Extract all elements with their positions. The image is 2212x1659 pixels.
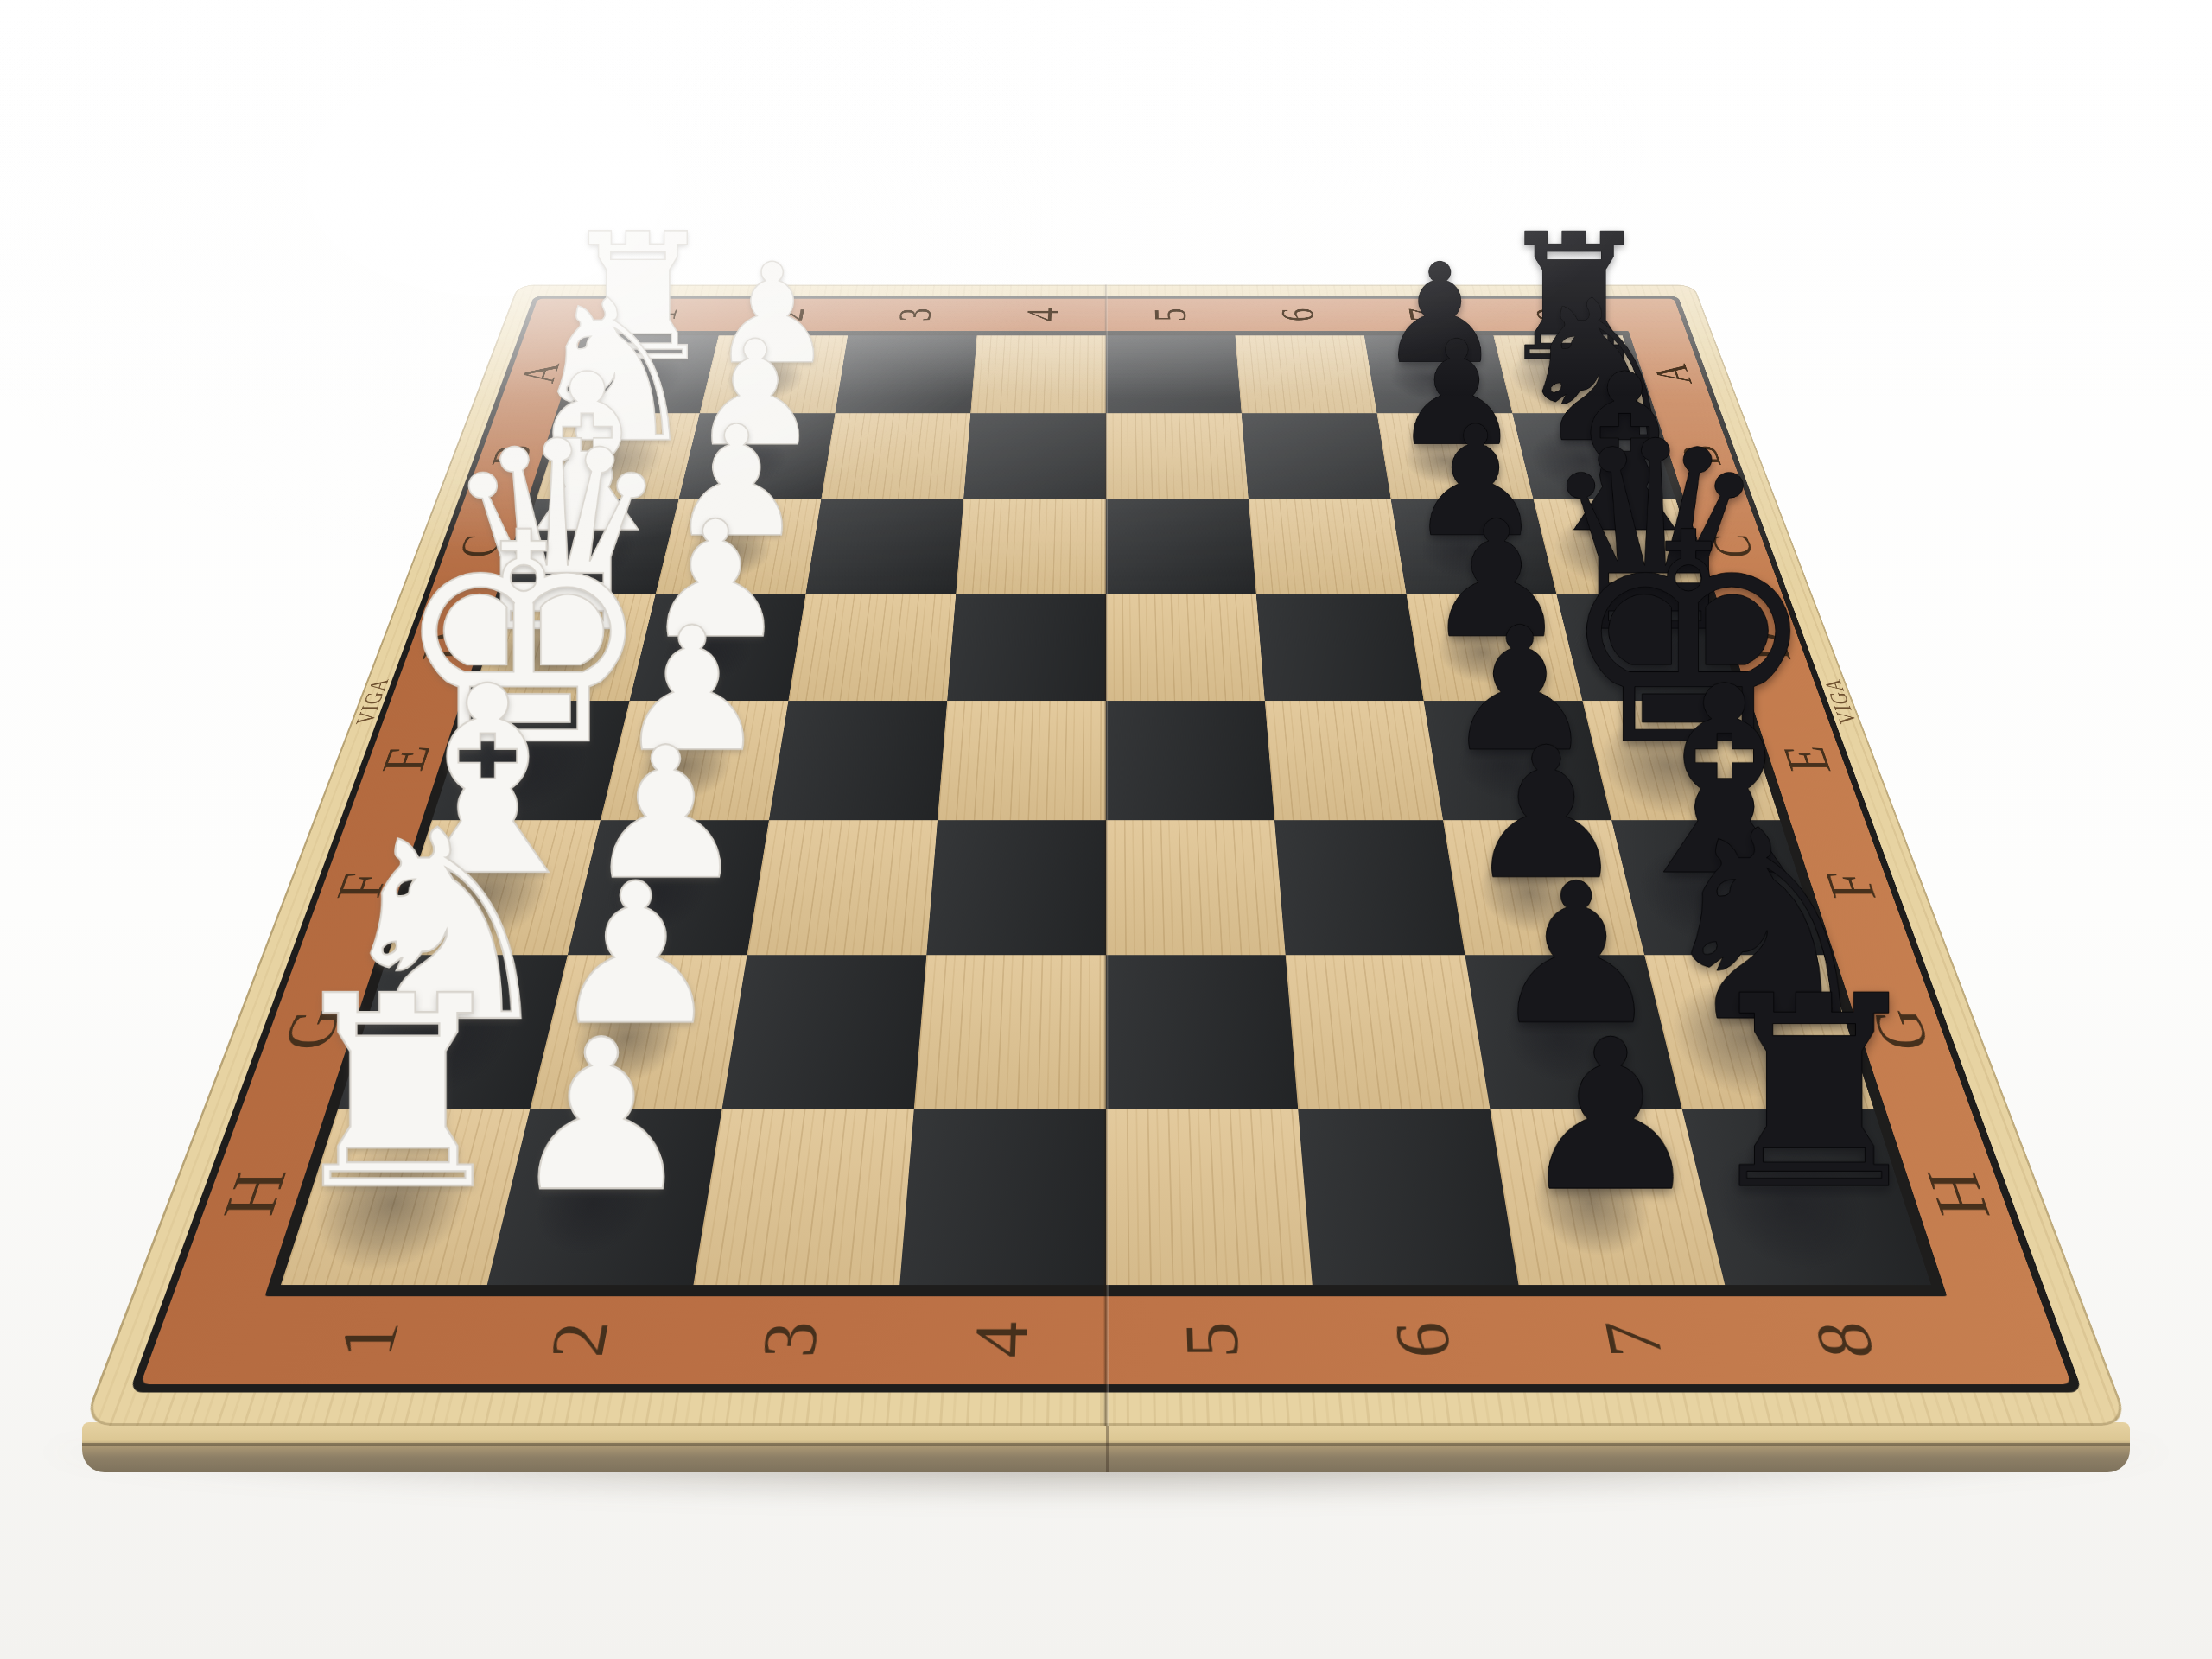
black-rook-h8: ♜: [1695, 961, 1933, 1226]
white-rook-h1: ♜: [279, 961, 517, 1226]
board-plane: VIGA VIGA 11AA22BB33CC44DD55EE66FF77GG88…: [82, 285, 2130, 1426]
far-rank-label-4: 4: [1019, 308, 1065, 321]
photo-scene: VIGA VIGA 11AA22BB33CC44DD55EE66FF77GG88…: [0, 0, 2212, 1659]
white-pawn-h2: ♟: [508, 1012, 695, 1220]
black-pawn-h7: ♟: [1517, 1012, 1704, 1220]
board-side-edge: [82, 1422, 2130, 1472]
far-rank-label-6: 6: [1274, 308, 1322, 321]
board-hinge-gap: [1106, 1422, 1109, 1472]
far-rank-label-5: 5: [1147, 308, 1193, 321]
far-rank-label-3: 3: [891, 308, 939, 321]
